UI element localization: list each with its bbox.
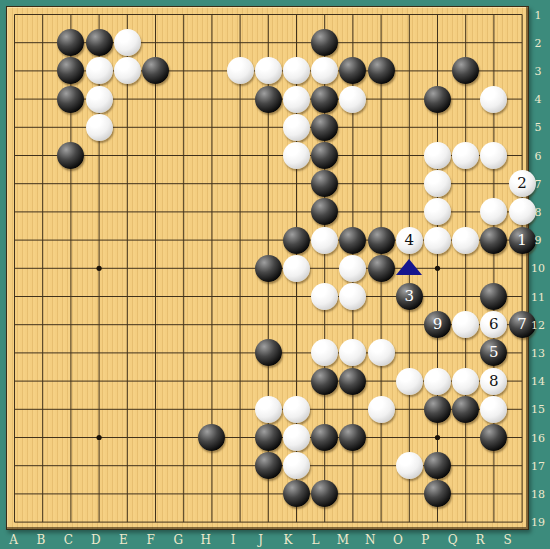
stone-white[interactable] xyxy=(452,368,479,395)
stone-black[interactable] xyxy=(255,452,282,479)
col-label: N xyxy=(365,534,376,546)
stone-white[interactable] xyxy=(368,396,395,423)
stone-black[interactable] xyxy=(368,255,395,282)
stone-white[interactable] xyxy=(255,396,282,423)
col-label: J xyxy=(258,534,263,546)
stone-white[interactable] xyxy=(283,142,310,169)
stone-white[interactable] xyxy=(114,29,141,56)
stone-white[interactable] xyxy=(311,283,338,310)
col-label: S xyxy=(503,534,511,546)
move-number: 5 xyxy=(489,345,499,360)
stone-white[interactable] xyxy=(424,170,451,197)
move-number: 4 xyxy=(405,233,415,248)
stone-black[interactable] xyxy=(311,368,338,395)
stone-white[interactable] xyxy=(86,114,113,141)
row-label: 16 xyxy=(531,432,545,443)
stone-white[interactable] xyxy=(509,198,536,225)
stone-black[interactable] xyxy=(339,368,366,395)
move-number: 2 xyxy=(517,176,527,191)
col-label: D xyxy=(91,534,101,546)
row-label: 5 xyxy=(535,122,542,133)
stone-black[interactable] xyxy=(368,57,395,84)
row-label: 10 xyxy=(531,263,545,274)
stone-white[interactable] xyxy=(452,142,479,169)
move-number: 7 xyxy=(517,317,527,332)
row-label: 11 xyxy=(531,291,545,302)
stone-black[interactable] xyxy=(57,86,84,113)
stone-black[interactable] xyxy=(311,114,338,141)
stone-black[interactable] xyxy=(255,424,282,451)
row-label: 4 xyxy=(535,94,542,105)
col-label: B xyxy=(37,534,46,546)
row-label: 17 xyxy=(531,460,545,471)
row-label: 18 xyxy=(531,488,545,499)
move-number: 6 xyxy=(489,317,499,332)
stone-white[interactable]: 4 xyxy=(396,227,423,254)
col-label: C xyxy=(64,534,73,546)
stone-black[interactable] xyxy=(424,452,451,479)
stone-white[interactable] xyxy=(86,86,113,113)
col-label: O xyxy=(393,534,403,546)
col-label: L xyxy=(311,534,319,546)
stone-black[interactable] xyxy=(255,339,282,366)
stone-white[interactable] xyxy=(283,452,310,479)
stone-white[interactable] xyxy=(283,255,310,282)
stone-white[interactable]: 8 xyxy=(480,368,507,395)
stone-white[interactable] xyxy=(227,57,254,84)
stone-white[interactable] xyxy=(255,57,282,84)
stone-white[interactable]: 2 xyxy=(509,170,536,197)
row-label: 12 xyxy=(531,319,545,330)
stone-black[interactable]: 9 xyxy=(424,311,451,338)
col-label: A xyxy=(9,534,18,546)
row-label: 9 xyxy=(535,235,542,246)
move-number: 8 xyxy=(489,374,499,389)
col-label: Q xyxy=(448,534,458,546)
stone-white[interactable] xyxy=(480,396,507,423)
stone-white[interactable] xyxy=(86,57,113,84)
stone-black[interactable] xyxy=(480,227,507,254)
stone-white[interactable] xyxy=(339,255,366,282)
move-number: 3 xyxy=(405,289,415,304)
stone-black[interactable] xyxy=(424,396,451,423)
stone-black[interactable] xyxy=(283,227,310,254)
stone-black[interactable] xyxy=(424,86,451,113)
stone-white[interactable] xyxy=(283,424,310,451)
col-label: M xyxy=(337,534,349,546)
stone-black[interactable] xyxy=(311,424,338,451)
stone-black[interactable] xyxy=(452,396,479,423)
row-label: 3 xyxy=(535,65,542,76)
stone-white[interactable] xyxy=(283,86,310,113)
col-label: F xyxy=(147,534,155,546)
stone-white[interactable] xyxy=(424,142,451,169)
stone-black[interactable] xyxy=(255,86,282,113)
stone-black[interactable]: 3 xyxy=(396,283,423,310)
stone-black[interactable] xyxy=(86,29,113,56)
stone-white[interactable] xyxy=(480,86,507,113)
col-label: I xyxy=(231,534,236,546)
stone-white[interactable] xyxy=(424,227,451,254)
stone-black[interactable] xyxy=(255,255,282,282)
stone-white[interactable] xyxy=(452,227,479,254)
stone-black[interactable] xyxy=(311,86,338,113)
move-number: 9 xyxy=(433,317,443,332)
row-label: 2 xyxy=(535,37,542,48)
row-label: 8 xyxy=(535,206,542,217)
row-label: 1 xyxy=(535,9,542,20)
col-label: K xyxy=(284,534,293,546)
stone-white[interactable] xyxy=(339,86,366,113)
stone-white[interactable] xyxy=(283,396,310,423)
row-label: 7 xyxy=(535,178,542,189)
stone-black[interactable] xyxy=(339,227,366,254)
move-number: 1 xyxy=(517,233,527,248)
stone-black[interactable]: 1 xyxy=(509,227,536,254)
stone-white[interactable] xyxy=(311,227,338,254)
stone-white[interactable] xyxy=(396,452,423,479)
go-diagram: 241396758 ABCDEFGHIJKLMNOPQRS12345678910… xyxy=(0,0,550,549)
stone-white[interactable] xyxy=(424,368,451,395)
stone-white[interactable] xyxy=(368,339,395,366)
col-label: E xyxy=(119,534,128,546)
row-label: 13 xyxy=(531,347,545,358)
row-label: 19 xyxy=(531,517,545,528)
row-label: 14 xyxy=(531,376,545,387)
col-label: H xyxy=(200,534,210,546)
col-label: P xyxy=(421,534,429,546)
row-label: 6 xyxy=(535,150,542,161)
stone-black[interactable] xyxy=(368,227,395,254)
stone-black[interactable] xyxy=(311,142,338,169)
col-label: G xyxy=(173,534,183,546)
stone-white[interactable] xyxy=(114,57,141,84)
row-label: 15 xyxy=(531,404,545,415)
stone-white[interactable] xyxy=(396,368,423,395)
stone-white[interactable] xyxy=(283,114,310,141)
col-label: R xyxy=(476,534,485,546)
